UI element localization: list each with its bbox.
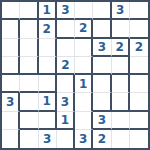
- cell-r1c8[interactable]: [130, 2, 148, 20]
- cell-r3c5[interactable]: [75, 39, 93, 57]
- cell-r5c8[interactable]: [130, 75, 148, 93]
- cell-r8c1[interactable]: [2, 130, 20, 148]
- cell-r8c8[interactable]: [130, 130, 148, 148]
- cell-r5c4[interactable]: [57, 75, 75, 93]
- suguru-board: 133223222131313332: [0, 0, 150, 150]
- cell-r7c2[interactable]: [20, 112, 38, 130]
- cell-r2c5-given[interactable]: 2: [75, 20, 93, 38]
- cell-r5c1[interactable]: [2, 75, 20, 93]
- cell-r4c7[interactable]: [112, 57, 130, 75]
- cell-r6c1-given[interactable]: 3: [2, 93, 20, 111]
- cell-r5c2[interactable]: [20, 75, 38, 93]
- cell-r4c4-given[interactable]: 2: [57, 57, 75, 75]
- cell-r3c6-given[interactable]: 3: [93, 39, 111, 57]
- cell-r4c5[interactable]: [75, 57, 93, 75]
- cell-r7c3[interactable]: [39, 112, 57, 130]
- cell-r8c2[interactable]: [20, 130, 38, 148]
- cell-r6c8[interactable]: [130, 93, 148, 111]
- cell-r5c6[interactable]: [93, 75, 111, 93]
- cell-r5c5-given[interactable]: 1: [75, 75, 93, 93]
- cell-r7c5[interactable]: [75, 112, 93, 130]
- cell-r7c1[interactable]: [2, 112, 20, 130]
- cell-r1c4-given[interactable]: 3: [57, 2, 75, 20]
- cell-r3c4[interactable]: [57, 39, 75, 57]
- cell-r6c7[interactable]: [112, 93, 130, 111]
- cell-r5c7[interactable]: [112, 75, 130, 93]
- cell-r4c1[interactable]: [2, 57, 20, 75]
- cell-r2c2[interactable]: [20, 20, 38, 38]
- cell-r4c8[interactable]: [130, 57, 148, 75]
- cell-r8c4[interactable]: [57, 130, 75, 148]
- cell-r2c3-given[interactable]: 2: [39, 20, 57, 38]
- cell-r3c7-given[interactable]: 2: [112, 39, 130, 57]
- cell-r2c8[interactable]: [130, 20, 148, 38]
- cell-r6c3-given[interactable]: 1: [39, 93, 57, 111]
- cell-r3c2[interactable]: [20, 39, 38, 57]
- cell-r2c4[interactable]: [57, 20, 75, 38]
- cell-r4c3[interactable]: [39, 57, 57, 75]
- cell-r1c6[interactable]: [93, 2, 111, 20]
- cell-r1c2[interactable]: [20, 2, 38, 20]
- cell-r6c5[interactable]: [75, 93, 93, 111]
- cell-r4c2[interactable]: [20, 57, 38, 75]
- cell-r3c8-given[interactable]: 2: [130, 39, 148, 57]
- cell-r2c7[interactable]: [112, 20, 130, 38]
- cell-r2c1[interactable]: [2, 20, 20, 38]
- cell-r7c4-given[interactable]: 1: [57, 112, 75, 130]
- cell-r3c3[interactable]: [39, 39, 57, 57]
- cell-r8c6-given[interactable]: 2: [93, 130, 111, 148]
- cell-r4c6[interactable]: [93, 57, 111, 75]
- cell-r6c6[interactable]: [93, 93, 111, 111]
- cell-r6c4-given[interactable]: 3: [57, 93, 75, 111]
- cell-r3c1[interactable]: [2, 39, 20, 57]
- cell-r8c7[interactable]: [112, 130, 130, 148]
- cell-r1c3-given[interactable]: 1: [39, 2, 57, 20]
- cell-r8c5-given[interactable]: 3: [75, 130, 93, 148]
- cell-r1c1[interactable]: [2, 2, 20, 20]
- cell-r1c7-given[interactable]: 3: [112, 2, 130, 20]
- puzzle-screenshot: 133223222131313332: [0, 0, 150, 150]
- cell-r1c5[interactable]: [75, 2, 93, 20]
- cell-r7c8[interactable]: [130, 112, 148, 130]
- cell-r8c3-given[interactable]: 3: [39, 130, 57, 148]
- cell-r7c6-given[interactable]: 3: [93, 112, 111, 130]
- cell-r2c6[interactable]: [93, 20, 111, 38]
- cell-r6c2[interactable]: [20, 93, 38, 111]
- cell-r5c3[interactable]: [39, 75, 57, 93]
- cell-r7c7[interactable]: [112, 112, 130, 130]
